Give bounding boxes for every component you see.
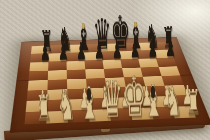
piece-white-rook[interactable]: ♜ (35, 94, 52, 123)
piece-white-bishop[interactable]: ♝ (78, 85, 99, 121)
piece-black-pawn[interactable]: ♟ (111, 41, 122, 60)
piece-black-pawn[interactable]: ♟ (129, 40, 140, 59)
square-b7[interactable]: ♟ (48, 53, 66, 62)
piece-white-knight[interactable]: ♞ (57, 90, 76, 122)
piece-black-pawn[interactable]: ♟ (93, 41, 104, 60)
piece-white-bishop[interactable]: ♝ (142, 83, 162, 119)
piece-white-queen[interactable]: ♛ (100, 79, 124, 120)
square-h6[interactable] (156, 58, 177, 67)
piece-black-pawn[interactable]: ♟ (147, 40, 158, 59)
square-c7[interactable]: ♟ (66, 52, 84, 61)
square-a6[interactable] (29, 62, 48, 71)
piece-black-pawn[interactable]: ♟ (57, 42, 68, 61)
piece-white-knight[interactable]: ♞ (164, 86, 182, 118)
photo-chess-scene: ♜♞♝♛♚♝♞♜♟♟♟♟♟♟♟♟♟♟♟♟♟♟♟♟♜♞♝♛♚♝♞♜ (0, 0, 210, 140)
square-d7[interactable]: ♟ (84, 52, 103, 61)
board-grid: ♜♞♝♛♚♝♞♜♟♟♟♟♟♟♟♟♟♟♟♟♟♟♟♟♜♞♝♛♚♝♞♜ (10, 37, 210, 133)
piece-black-pawn[interactable]: ♟ (75, 42, 86, 61)
chess-board: ♜♞♝♛♚♝♞♜♟♟♟♟♟♟♟♟♟♟♟♟♟♟♟♟♜♞♝♛♚♝♞♜ (10, 37, 210, 133)
piece-black-pawn[interactable]: ♟ (39, 43, 50, 62)
square-b6[interactable] (48, 61, 67, 70)
piece-black-pawn[interactable]: ♟ (164, 39, 175, 58)
square-a1[interactable]: ♜ (25, 112, 47, 125)
piece-white-rook[interactable]: ♜ (185, 89, 201, 117)
square-a7[interactable]: ♟ (30, 54, 48, 63)
